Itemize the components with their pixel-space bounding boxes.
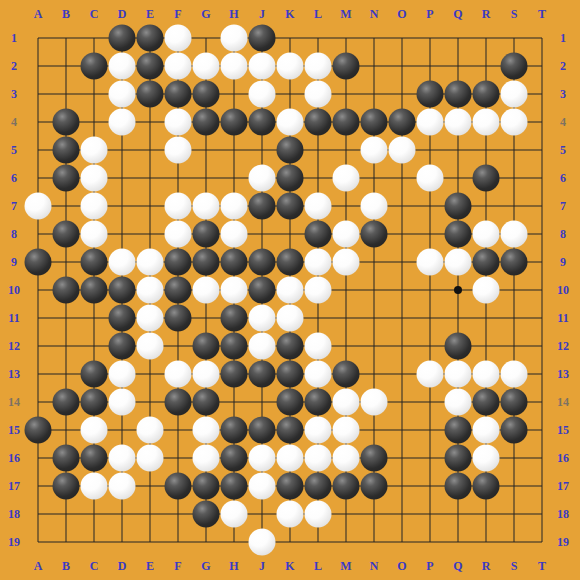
white-stone-G16 bbox=[193, 445, 220, 472]
coord-label-col-H-bottom: H bbox=[229, 560, 238, 572]
black-stone-M17 bbox=[333, 473, 360, 500]
white-stone-E11 bbox=[137, 305, 164, 332]
coord-label-col-C-top: C bbox=[90, 8, 99, 20]
black-stone-M4 bbox=[333, 109, 360, 136]
black-stone-H4 bbox=[221, 109, 248, 136]
white-stone-S8 bbox=[501, 221, 528, 248]
white-stone-K4 bbox=[277, 109, 304, 136]
coord-label-col-O-bottom: O bbox=[397, 560, 406, 572]
coord-label-col-K-top: K bbox=[285, 8, 294, 20]
black-stone-D1 bbox=[109, 25, 136, 52]
white-stone-D14 bbox=[109, 389, 136, 416]
white-stone-L15 bbox=[305, 417, 332, 444]
coord-label-col-A-top: A bbox=[34, 8, 43, 20]
coord-label-col-P-bottom: P bbox=[426, 560, 433, 572]
white-stone-C15 bbox=[81, 417, 108, 444]
white-stone-J16 bbox=[249, 445, 276, 472]
white-stone-E10 bbox=[137, 277, 164, 304]
coord-label-col-S-top: S bbox=[511, 8, 518, 20]
black-stone-L14 bbox=[305, 389, 332, 416]
coord-label-col-N-top: N bbox=[370, 8, 379, 20]
black-stone-L17 bbox=[305, 473, 332, 500]
white-stone-F4 bbox=[165, 109, 192, 136]
white-stone-J17 bbox=[249, 473, 276, 500]
white-stone-J3 bbox=[249, 81, 276, 108]
black-stone-B16 bbox=[53, 445, 80, 472]
coord-label-row-5-left: 5 bbox=[11, 144, 17, 156]
black-stone-A15 bbox=[25, 417, 52, 444]
black-stone-N4 bbox=[361, 109, 388, 136]
coord-label-row-6-left: 6 bbox=[11, 172, 17, 184]
black-stone-J13 bbox=[249, 361, 276, 388]
white-stone-H8 bbox=[221, 221, 248, 248]
white-stone-J19 bbox=[249, 529, 276, 556]
coord-label-row-16-left: 16 bbox=[8, 452, 20, 464]
white-stone-C7 bbox=[81, 193, 108, 220]
black-stone-N16 bbox=[361, 445, 388, 472]
white-stone-F8 bbox=[165, 221, 192, 248]
black-stone-G12 bbox=[193, 333, 220, 360]
black-stone-Q12 bbox=[445, 333, 472, 360]
black-stone-K12 bbox=[277, 333, 304, 360]
coord-label-row-6-right: 6 bbox=[560, 172, 566, 184]
hoshi-star-point-Q10 bbox=[454, 286, 462, 294]
white-stone-Q13 bbox=[445, 361, 472, 388]
black-stone-L8 bbox=[305, 221, 332, 248]
coord-label-col-F-bottom: F bbox=[174, 560, 181, 572]
black-stone-J10 bbox=[249, 277, 276, 304]
coord-label-col-K-bottom: K bbox=[285, 560, 294, 572]
coord-label-col-C-bottom: C bbox=[90, 560, 99, 572]
black-stone-H9 bbox=[221, 249, 248, 276]
black-stone-C2 bbox=[81, 53, 108, 80]
black-stone-B8 bbox=[53, 221, 80, 248]
white-stone-G15 bbox=[193, 417, 220, 444]
black-stone-B14 bbox=[53, 389, 80, 416]
coord-label-row-19-right: 19 bbox=[557, 536, 569, 548]
white-stone-K11 bbox=[277, 305, 304, 332]
coord-label-row-3-right: 3 bbox=[560, 88, 566, 100]
white-stone-E9 bbox=[137, 249, 164, 276]
white-stone-G10 bbox=[193, 277, 220, 304]
black-stone-K5 bbox=[277, 137, 304, 164]
black-stone-Q17 bbox=[445, 473, 472, 500]
coord-label-col-F-top: F bbox=[174, 8, 181, 20]
black-stone-D10 bbox=[109, 277, 136, 304]
coord-label-col-M-top: M bbox=[340, 8, 351, 20]
black-stone-F9 bbox=[165, 249, 192, 276]
white-stone-S13 bbox=[501, 361, 528, 388]
white-stone-C5 bbox=[81, 137, 108, 164]
coord-label-row-17-right: 17 bbox=[557, 480, 569, 492]
white-stone-K18 bbox=[277, 501, 304, 528]
coord-label-row-13-left: 13 bbox=[8, 368, 20, 380]
white-stone-E15 bbox=[137, 417, 164, 444]
white-stone-H7 bbox=[221, 193, 248, 220]
coord-label-col-G-bottom: G bbox=[201, 560, 210, 572]
white-stone-L10 bbox=[305, 277, 332, 304]
black-stone-H13 bbox=[221, 361, 248, 388]
black-stone-L4 bbox=[305, 109, 332, 136]
coord-label-row-17-left: 17 bbox=[8, 480, 20, 492]
white-stone-K10 bbox=[277, 277, 304, 304]
coord-label-row-11-left: 11 bbox=[8, 312, 19, 324]
white-stone-L16 bbox=[305, 445, 332, 472]
coord-label-col-T-bottom: T bbox=[538, 560, 546, 572]
white-stone-Q4 bbox=[445, 109, 472, 136]
black-stone-K14 bbox=[277, 389, 304, 416]
black-stone-S2 bbox=[501, 53, 528, 80]
black-stone-G4 bbox=[193, 109, 220, 136]
black-stone-E2 bbox=[137, 53, 164, 80]
black-stone-S15 bbox=[501, 417, 528, 444]
white-stone-L3 bbox=[305, 81, 332, 108]
coord-label-col-Q-top: Q bbox=[453, 8, 462, 20]
white-stone-J2 bbox=[249, 53, 276, 80]
white-stone-H18 bbox=[221, 501, 248, 528]
black-stone-N17 bbox=[361, 473, 388, 500]
black-stone-Q8 bbox=[445, 221, 472, 248]
white-stone-M9 bbox=[333, 249, 360, 276]
white-stone-L7 bbox=[305, 193, 332, 220]
white-stone-S3 bbox=[501, 81, 528, 108]
white-stone-N7 bbox=[361, 193, 388, 220]
white-stone-H10 bbox=[221, 277, 248, 304]
white-stone-P4 bbox=[417, 109, 444, 136]
coord-label-row-19-left: 19 bbox=[8, 536, 20, 548]
coord-label-col-L-bottom: L bbox=[314, 560, 322, 572]
black-stone-F11 bbox=[165, 305, 192, 332]
white-stone-L13 bbox=[305, 361, 332, 388]
white-stone-D17 bbox=[109, 473, 136, 500]
black-stone-P3 bbox=[417, 81, 444, 108]
coord-label-col-E-bottom: E bbox=[146, 560, 154, 572]
coord-label-col-L-top: L bbox=[314, 8, 322, 20]
black-stone-R14 bbox=[473, 389, 500, 416]
white-stone-F1 bbox=[165, 25, 192, 52]
white-stone-O5 bbox=[389, 137, 416, 164]
black-stone-B6 bbox=[53, 165, 80, 192]
black-stone-K15 bbox=[277, 417, 304, 444]
coord-label-col-S-bottom: S bbox=[511, 560, 518, 572]
white-stone-R13 bbox=[473, 361, 500, 388]
coord-label-col-J-bottom: J bbox=[259, 560, 265, 572]
coord-label-row-8-right: 8 bbox=[560, 228, 566, 240]
white-stone-Q9 bbox=[445, 249, 472, 276]
white-stone-R15 bbox=[473, 417, 500, 444]
black-stone-R6 bbox=[473, 165, 500, 192]
coord-label-row-14-right: 14 bbox=[557, 396, 569, 408]
black-stone-H17 bbox=[221, 473, 248, 500]
white-stone-C6 bbox=[81, 165, 108, 192]
white-stone-F13 bbox=[165, 361, 192, 388]
coord-label-col-R-bottom: R bbox=[482, 560, 491, 572]
coord-label-row-1-left: 1 bbox=[11, 32, 17, 44]
black-stone-E3 bbox=[137, 81, 164, 108]
white-stone-L18 bbox=[305, 501, 332, 528]
coord-label-row-2-left: 2 bbox=[11, 60, 17, 72]
white-stone-L2 bbox=[305, 53, 332, 80]
white-stone-D3 bbox=[109, 81, 136, 108]
white-stone-G7 bbox=[193, 193, 220, 220]
white-stone-R8 bbox=[473, 221, 500, 248]
white-stone-K16 bbox=[277, 445, 304, 472]
coord-label-col-D-bottom: D bbox=[118, 560, 127, 572]
white-stone-M8 bbox=[333, 221, 360, 248]
go-board[interactable]: AABBCCDDEEFFGGHHJJKKLLMMNNOOPPQQRRSSTT11… bbox=[0, 0, 580, 580]
black-stone-G9 bbox=[193, 249, 220, 276]
coord-label-col-H-top: H bbox=[229, 8, 238, 20]
white-stone-C17 bbox=[81, 473, 108, 500]
white-stone-F5 bbox=[165, 137, 192, 164]
black-stone-B5 bbox=[53, 137, 80, 164]
black-stone-G3 bbox=[193, 81, 220, 108]
black-stone-S14 bbox=[501, 389, 528, 416]
black-stone-Q7 bbox=[445, 193, 472, 220]
white-stone-N14 bbox=[361, 389, 388, 416]
white-stone-M14 bbox=[333, 389, 360, 416]
white-stone-R16 bbox=[473, 445, 500, 472]
coord-label-col-A-bottom: A bbox=[34, 560, 43, 572]
coord-label-row-9-right: 9 bbox=[560, 256, 566, 268]
white-stone-D16 bbox=[109, 445, 136, 472]
white-stone-F2 bbox=[165, 53, 192, 80]
white-stone-L12 bbox=[305, 333, 332, 360]
coord-label-row-13-right: 13 bbox=[557, 368, 569, 380]
coord-label-row-7-left: 7 bbox=[11, 200, 17, 212]
coord-label-col-O-top: O bbox=[397, 8, 406, 20]
white-stone-S4 bbox=[501, 109, 528, 136]
coord-label-col-D-top: D bbox=[118, 8, 127, 20]
coord-label-col-G-top: G bbox=[201, 8, 210, 20]
coord-label-row-5-right: 5 bbox=[560, 144, 566, 156]
white-stone-A7 bbox=[25, 193, 52, 220]
black-stone-F14 bbox=[165, 389, 192, 416]
black-stone-K13 bbox=[277, 361, 304, 388]
black-stone-Q16 bbox=[445, 445, 472, 472]
coord-label-row-15-left: 15 bbox=[8, 424, 20, 436]
black-stone-C13 bbox=[81, 361, 108, 388]
black-stone-K9 bbox=[277, 249, 304, 276]
black-stone-C16 bbox=[81, 445, 108, 472]
black-stone-R3 bbox=[473, 81, 500, 108]
black-stone-J7 bbox=[249, 193, 276, 220]
white-stone-M6 bbox=[333, 165, 360, 192]
white-stone-E16 bbox=[137, 445, 164, 472]
black-stone-C10 bbox=[81, 277, 108, 304]
white-stone-J11 bbox=[249, 305, 276, 332]
black-stone-F17 bbox=[165, 473, 192, 500]
white-stone-R4 bbox=[473, 109, 500, 136]
white-stone-P13 bbox=[417, 361, 444, 388]
black-stone-J4 bbox=[249, 109, 276, 136]
white-stone-M15 bbox=[333, 417, 360, 444]
black-stone-H12 bbox=[221, 333, 248, 360]
black-stone-J15 bbox=[249, 417, 276, 444]
white-stone-G2 bbox=[193, 53, 220, 80]
black-stone-M2 bbox=[333, 53, 360, 80]
coord-label-row-10-right: 10 bbox=[557, 284, 569, 296]
white-stone-N5 bbox=[361, 137, 388, 164]
coord-label-row-10-left: 10 bbox=[8, 284, 20, 296]
white-stone-J12 bbox=[249, 333, 276, 360]
black-stone-G18 bbox=[193, 501, 220, 528]
black-stone-D12 bbox=[109, 333, 136, 360]
coord-label-col-Q-bottom: Q bbox=[453, 560, 462, 572]
black-stone-S9 bbox=[501, 249, 528, 276]
coord-label-row-9-left: 9 bbox=[11, 256, 17, 268]
black-stone-H15 bbox=[221, 417, 248, 444]
coord-label-row-12-left: 12 bbox=[8, 340, 20, 352]
coord-label-row-4-right: 4 bbox=[560, 116, 566, 128]
coord-label-row-1-right: 1 bbox=[560, 32, 566, 44]
white-stone-M16 bbox=[333, 445, 360, 472]
black-stone-C9 bbox=[81, 249, 108, 276]
black-stone-R17 bbox=[473, 473, 500, 500]
coord-label-row-11-right: 11 bbox=[557, 312, 568, 324]
white-stone-G13 bbox=[193, 361, 220, 388]
coord-label-col-P-top: P bbox=[426, 8, 433, 20]
black-stone-H16 bbox=[221, 445, 248, 472]
coord-label-col-J-top: J bbox=[259, 8, 265, 20]
white-stone-K2 bbox=[277, 53, 304, 80]
black-stone-J1 bbox=[249, 25, 276, 52]
coord-label-row-18-left: 18 bbox=[8, 508, 20, 520]
white-stone-H2 bbox=[221, 53, 248, 80]
black-stone-R9 bbox=[473, 249, 500, 276]
black-stone-C14 bbox=[81, 389, 108, 416]
coord-label-col-R-top: R bbox=[482, 8, 491, 20]
white-stone-Q14 bbox=[445, 389, 472, 416]
coord-label-row-16-right: 16 bbox=[557, 452, 569, 464]
black-stone-K7 bbox=[277, 193, 304, 220]
white-stone-D9 bbox=[109, 249, 136, 276]
black-stone-B17 bbox=[53, 473, 80, 500]
coord-label-col-E-top: E bbox=[146, 8, 154, 20]
white-stone-C8 bbox=[81, 221, 108, 248]
coord-label-row-15-right: 15 bbox=[557, 424, 569, 436]
black-stone-M13 bbox=[333, 361, 360, 388]
black-stone-G8 bbox=[193, 221, 220, 248]
black-stone-N8 bbox=[361, 221, 388, 248]
black-stone-E1 bbox=[137, 25, 164, 52]
coord-label-row-3-left: 3 bbox=[11, 88, 17, 100]
black-stone-F3 bbox=[165, 81, 192, 108]
black-stone-B4 bbox=[53, 109, 80, 136]
coord-label-col-B-bottom: B bbox=[62, 560, 70, 572]
white-stone-J6 bbox=[249, 165, 276, 192]
white-stone-D2 bbox=[109, 53, 136, 80]
white-stone-D13 bbox=[109, 361, 136, 388]
white-stone-H1 bbox=[221, 25, 248, 52]
black-stone-O4 bbox=[389, 109, 416, 136]
coord-label-row-8-left: 8 bbox=[11, 228, 17, 240]
black-stone-Q3 bbox=[445, 81, 472, 108]
coord-label-row-4-left: 4 bbox=[11, 116, 17, 128]
black-stone-B10 bbox=[53, 277, 80, 304]
white-stone-L9 bbox=[305, 249, 332, 276]
coord-label-col-M-bottom: M bbox=[340, 560, 351, 572]
black-stone-K17 bbox=[277, 473, 304, 500]
black-stone-G17 bbox=[193, 473, 220, 500]
white-stone-P9 bbox=[417, 249, 444, 276]
coord-label-row-18-right: 18 bbox=[557, 508, 569, 520]
white-stone-R10 bbox=[473, 277, 500, 304]
coord-label-col-N-bottom: N bbox=[370, 560, 379, 572]
black-stone-J9 bbox=[249, 249, 276, 276]
white-stone-P6 bbox=[417, 165, 444, 192]
coord-label-row-7-right: 7 bbox=[560, 200, 566, 212]
coord-label-row-2-right: 2 bbox=[560, 60, 566, 72]
coord-label-row-12-right: 12 bbox=[557, 340, 569, 352]
black-stone-F10 bbox=[165, 277, 192, 304]
black-stone-K6 bbox=[277, 165, 304, 192]
white-stone-E12 bbox=[137, 333, 164, 360]
black-stone-A9 bbox=[25, 249, 52, 276]
black-stone-G14 bbox=[193, 389, 220, 416]
white-stone-D4 bbox=[109, 109, 136, 136]
coord-label-col-T-top: T bbox=[538, 8, 546, 20]
white-stone-F7 bbox=[165, 193, 192, 220]
coord-label-col-B-top: B bbox=[62, 8, 70, 20]
black-stone-Q15 bbox=[445, 417, 472, 444]
coord-label-row-14-left: 14 bbox=[8, 396, 20, 408]
black-stone-D11 bbox=[109, 305, 136, 332]
black-stone-H11 bbox=[221, 305, 248, 332]
